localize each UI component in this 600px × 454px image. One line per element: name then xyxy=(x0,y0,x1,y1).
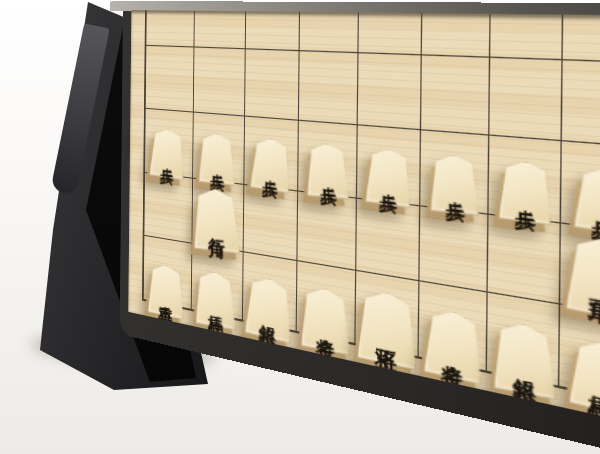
piece-silver[interactable]: 銀将 xyxy=(245,274,293,344)
piece-front-face xyxy=(199,132,235,185)
piece-front-face xyxy=(301,285,350,356)
piece-pawn[interactable]: 歩兵 xyxy=(306,142,349,199)
piece-front-face xyxy=(358,288,417,371)
piece-lance[interactable]: 香車 xyxy=(148,262,184,320)
piece-king[interactable]: 王将 xyxy=(358,288,417,371)
piece-pawn[interactable]: 歩兵 xyxy=(499,159,552,225)
piece-front-face xyxy=(245,274,293,344)
piece-gold[interactable]: 金将 xyxy=(424,306,483,385)
piece-bishop[interactable]: 角行 xyxy=(193,187,240,254)
piece-front-face xyxy=(306,142,349,199)
piece-front-face xyxy=(499,159,552,225)
piece-knight[interactable]: 桂馬 xyxy=(569,336,600,418)
piece-front-face xyxy=(424,306,483,385)
piece-gold[interactable]: 金将 xyxy=(301,285,350,356)
piece-front-face xyxy=(195,269,236,330)
piece-pawn[interactable]: 歩兵 xyxy=(150,127,185,180)
piece-silver[interactable]: 銀将 xyxy=(493,320,556,400)
piece-front-face xyxy=(193,187,240,254)
piece-front-face xyxy=(493,320,556,400)
piece-pawn[interactable]: 歩兵 xyxy=(199,132,235,185)
piece-front-face xyxy=(150,127,185,180)
piece-pawn[interactable]: 歩兵 xyxy=(430,154,479,216)
piece-front-face xyxy=(148,262,184,320)
piece-knight[interactable]: 桂馬 xyxy=(195,269,236,330)
piece-pawn[interactable]: 歩兵 xyxy=(250,136,291,193)
piece-rook[interactable]: 飛車 xyxy=(566,233,600,322)
piece-pawn[interactable]: 歩兵 xyxy=(574,165,600,235)
product-photo-stage: 歩兵歩兵歩兵歩兵歩兵歩兵歩兵歩兵歩兵角行飛車香車桂馬銀将金将王将金将銀将桂馬香車 xyxy=(0,0,600,454)
piece-pawn[interactable]: 歩兵 xyxy=(366,147,412,208)
piece-front-face xyxy=(366,147,412,208)
piece-front-face xyxy=(430,154,479,216)
piece-front-face xyxy=(250,136,291,193)
